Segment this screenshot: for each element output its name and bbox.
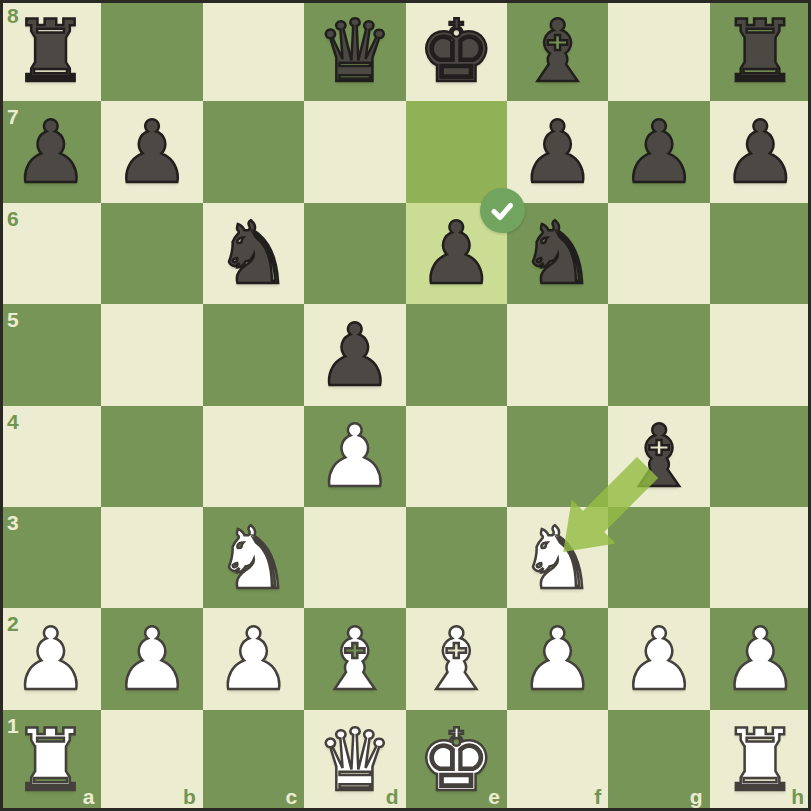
file-label-d: d bbox=[386, 785, 399, 809]
file-label-e: e bbox=[488, 785, 500, 809]
square-b3[interactable] bbox=[101, 507, 202, 608]
file-label-b: b bbox=[183, 785, 196, 809]
piece-black-bishop-g4[interactable]: ♝ bbox=[608, 406, 709, 507]
square-a5[interactable]: 5 bbox=[0, 304, 101, 405]
square-d2[interactable]: ♝ bbox=[304, 608, 405, 709]
square-d8[interactable]: ♛ bbox=[304, 0, 405, 101]
rank-label-6: 6 bbox=[7, 207, 19, 231]
square-c4[interactable] bbox=[203, 406, 304, 507]
square-d3[interactable] bbox=[304, 507, 405, 608]
square-c8[interactable] bbox=[203, 0, 304, 101]
square-a3[interactable]: 3 bbox=[0, 507, 101, 608]
square-g4[interactable]: ♝ bbox=[608, 406, 709, 507]
square-c3[interactable]: ♞ bbox=[203, 507, 304, 608]
square-e7[interactable] bbox=[406, 101, 507, 202]
file-label-c: c bbox=[285, 785, 297, 809]
rank-label-5: 5 bbox=[7, 308, 19, 332]
piece-white-knight-f3[interactable]: ♞ bbox=[507, 507, 608, 608]
piece-black-rook-h8[interactable]: ♜ bbox=[710, 0, 811, 101]
file-label-g: g bbox=[690, 785, 703, 809]
square-d6[interactable] bbox=[304, 203, 405, 304]
piece-black-knight-c6[interactable]: ♞ bbox=[203, 203, 304, 304]
piece-white-pawn-h2[interactable]: ♟ bbox=[710, 608, 811, 709]
square-g5[interactable] bbox=[608, 304, 709, 405]
rank-label-3: 3 bbox=[7, 511, 19, 535]
correct-move-badge bbox=[480, 188, 525, 233]
piece-black-pawn-g7[interactable]: ♟ bbox=[608, 101, 709, 202]
square-h7[interactable]: ♟ bbox=[710, 101, 811, 202]
piece-white-knight-c3[interactable]: ♞ bbox=[203, 507, 304, 608]
square-e8[interactable]: ♚ bbox=[406, 0, 507, 101]
square-e4[interactable] bbox=[406, 406, 507, 507]
square-g1[interactable]: g bbox=[608, 710, 709, 811]
square-e3[interactable] bbox=[406, 507, 507, 608]
piece-white-bishop-e2[interactable]: ♝ bbox=[406, 608, 507, 709]
piece-black-pawn-d5[interactable]: ♟ bbox=[304, 304, 405, 405]
square-g2[interactable]: ♟ bbox=[608, 608, 709, 709]
piece-black-queen-d8[interactable]: ♛ bbox=[304, 0, 405, 101]
square-a2[interactable]: 2♟ bbox=[0, 608, 101, 709]
rank-label-7: 7 bbox=[7, 105, 19, 129]
square-a4[interactable]: 4 bbox=[0, 406, 101, 507]
square-h2[interactable]: ♟ bbox=[710, 608, 811, 709]
square-h1[interactable]: h♜ bbox=[710, 710, 811, 811]
piece-white-bishop-d2[interactable]: ♝ bbox=[304, 608, 405, 709]
rank-label-4: 4 bbox=[7, 410, 19, 434]
square-b8[interactable] bbox=[101, 0, 202, 101]
piece-black-pawn-f7[interactable]: ♟ bbox=[507, 101, 608, 202]
square-f3[interactable]: ♞ bbox=[507, 507, 608, 608]
square-h4[interactable] bbox=[710, 406, 811, 507]
square-b1[interactable]: b bbox=[101, 710, 202, 811]
square-h8[interactable]: ♜ bbox=[710, 0, 811, 101]
square-g6[interactable] bbox=[608, 203, 709, 304]
square-b4[interactable] bbox=[101, 406, 202, 507]
square-e1[interactable]: e♚ bbox=[406, 710, 507, 811]
piece-black-king-e8[interactable]: ♚ bbox=[406, 0, 507, 101]
square-b2[interactable]: ♟ bbox=[101, 608, 202, 709]
piece-white-pawn-b2[interactable]: ♟ bbox=[101, 608, 202, 709]
square-h3[interactable] bbox=[710, 507, 811, 608]
square-a6[interactable]: 6 bbox=[0, 203, 101, 304]
square-d7[interactable] bbox=[304, 101, 405, 202]
square-c1[interactable]: c bbox=[203, 710, 304, 811]
square-c6[interactable]: ♞ bbox=[203, 203, 304, 304]
square-f1[interactable]: f bbox=[507, 710, 608, 811]
file-label-a: a bbox=[83, 785, 95, 809]
square-a7[interactable]: 7♟ bbox=[0, 101, 101, 202]
file-label-h: h bbox=[791, 785, 804, 809]
square-b6[interactable] bbox=[101, 203, 202, 304]
chess-board: 8♜♛♚♝♜7♟♟♟♟♟6♞♟♞5♟4♟♝3♞♞2♟♟♟♝♝♟♟♟1a♜bcd♛… bbox=[0, 0, 811, 811]
square-c2[interactable]: ♟ bbox=[203, 608, 304, 709]
square-c5[interactable] bbox=[203, 304, 304, 405]
square-f5[interactable] bbox=[507, 304, 608, 405]
square-d4[interactable]: ♟ bbox=[304, 406, 405, 507]
piece-black-pawn-h7[interactable]: ♟ bbox=[710, 101, 811, 202]
square-g8[interactable] bbox=[608, 0, 709, 101]
square-e5[interactable] bbox=[406, 304, 507, 405]
rank-label-2: 2 bbox=[7, 612, 19, 636]
piece-white-pawn-c2[interactable]: ♟ bbox=[203, 608, 304, 709]
square-f2[interactable]: ♟ bbox=[507, 608, 608, 709]
rank-label-1: 1 bbox=[7, 714, 19, 738]
checkmark-icon bbox=[487, 196, 517, 226]
square-f8[interactable]: ♝ bbox=[507, 0, 608, 101]
square-f7[interactable]: ♟ bbox=[507, 101, 608, 202]
square-e2[interactable]: ♝ bbox=[406, 608, 507, 709]
square-h5[interactable] bbox=[710, 304, 811, 405]
square-a8[interactable]: 8♜ bbox=[0, 0, 101, 101]
file-label-f: f bbox=[594, 785, 601, 809]
square-b7[interactable]: ♟ bbox=[101, 101, 202, 202]
piece-white-pawn-f2[interactable]: ♟ bbox=[507, 608, 608, 709]
square-d1[interactable]: d♛ bbox=[304, 710, 405, 811]
square-h6[interactable] bbox=[710, 203, 811, 304]
piece-white-pawn-d4[interactable]: ♟ bbox=[304, 406, 405, 507]
square-b5[interactable] bbox=[101, 304, 202, 405]
square-g7[interactable]: ♟ bbox=[608, 101, 709, 202]
square-d5[interactable]: ♟ bbox=[304, 304, 405, 405]
square-c7[interactable] bbox=[203, 101, 304, 202]
rank-label-8: 8 bbox=[7, 4, 19, 28]
square-g3[interactable] bbox=[608, 507, 709, 608]
square-a1[interactable]: 1a♜ bbox=[0, 710, 101, 811]
square-f4[interactable] bbox=[507, 406, 608, 507]
piece-black-bishop-f8[interactable]: ♝ bbox=[507, 0, 608, 101]
piece-black-pawn-b7[interactable]: ♟ bbox=[101, 101, 202, 202]
piece-white-pawn-g2[interactable]: ♟ bbox=[608, 608, 709, 709]
